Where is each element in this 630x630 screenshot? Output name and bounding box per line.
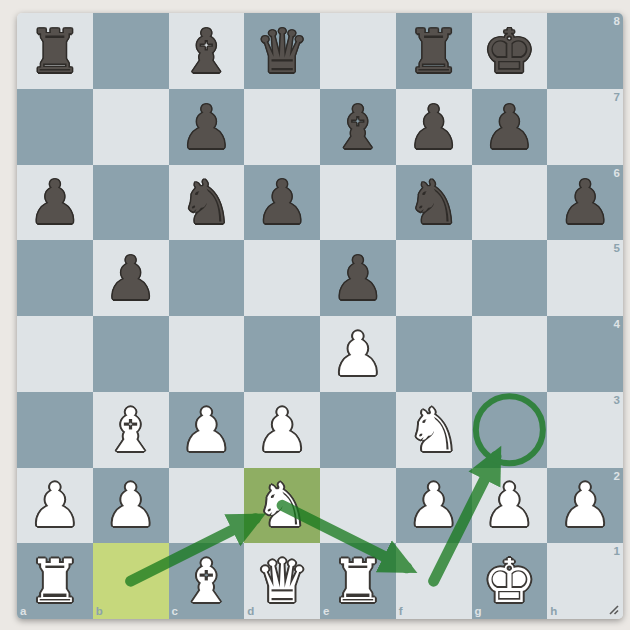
square-d4[interactable] [244, 316, 320, 392]
square-c7[interactable]: ♟ [169, 89, 245, 165]
square-f6[interactable]: ♞ [396, 165, 472, 241]
square-b6[interactable] [93, 165, 169, 241]
piece-black-pawn[interactable]: ♟ [472, 89, 548, 165]
piece-white-knight[interactable]: ♞ [244, 468, 320, 544]
square-f1[interactable]: f [396, 543, 472, 619]
square-d8[interactable]: ♛ [244, 13, 320, 89]
square-a6[interactable]: ♟ [17, 165, 93, 241]
piece-white-pawn[interactable]: ♟ [93, 468, 169, 544]
square-g2[interactable]: ♟ [472, 468, 548, 544]
piece-black-pawn[interactable]: ♟ [547, 165, 623, 241]
square-d1[interactable]: ♛d [244, 543, 320, 619]
square-e7[interactable]: ♝ [320, 89, 396, 165]
piece-white-knight[interactable]: ♞ [396, 392, 472, 468]
piece-black-knight[interactable]: ♞ [396, 165, 472, 241]
square-e3[interactable] [320, 392, 396, 468]
square-f5[interactable] [396, 240, 472, 316]
square-g8[interactable]: ♚ [472, 13, 548, 89]
resize-grip-icon [607, 603, 621, 617]
piece-white-rook[interactable]: ♜ [17, 543, 93, 619]
square-h3[interactable]: 3 [547, 392, 623, 468]
piece-white-rook[interactable]: ♜ [320, 543, 396, 619]
square-g4[interactable] [472, 316, 548, 392]
square-h4[interactable]: 4 [547, 316, 623, 392]
square-a3[interactable] [17, 392, 93, 468]
board-resize-handle[interactable] [607, 603, 621, 617]
square-d3[interactable]: ♟ [244, 392, 320, 468]
square-f3[interactable]: ♞ [396, 392, 472, 468]
coord-file-h: h [550, 606, 557, 618]
square-g7[interactable]: ♟ [472, 89, 548, 165]
square-e8[interactable] [320, 13, 396, 89]
piece-black-pawn[interactable]: ♟ [396, 89, 472, 165]
coord-rank-7: 7 [614, 92, 620, 104]
square-f7[interactable]: ♟ [396, 89, 472, 165]
square-b4[interactable] [93, 316, 169, 392]
square-c3[interactable]: ♟ [169, 392, 245, 468]
square-g5[interactable] [472, 240, 548, 316]
square-b3[interactable]: ♝ [93, 392, 169, 468]
piece-white-bishop[interactable]: ♝ [93, 392, 169, 468]
piece-white-pawn[interactable]: ♟ [472, 468, 548, 544]
piece-white-pawn[interactable]: ♟ [17, 468, 93, 544]
piece-black-queen[interactable]: ♛ [244, 13, 320, 89]
square-c1[interactable]: ♝c [169, 543, 245, 619]
square-b5[interactable]: ♟ [93, 240, 169, 316]
square-a2[interactable]: ♟ [17, 468, 93, 544]
piece-black-pawn[interactable]: ♟ [320, 240, 396, 316]
square-e2[interactable] [320, 468, 396, 544]
coord-rank-1: 1 [614, 546, 620, 558]
square-g3[interactable] [472, 392, 548, 468]
square-f4[interactable] [396, 316, 472, 392]
square-a5[interactable] [17, 240, 93, 316]
square-c2[interactable] [169, 468, 245, 544]
square-d2[interactable]: ♞ [244, 468, 320, 544]
square-g6[interactable] [472, 165, 548, 241]
square-e5[interactable]: ♟ [320, 240, 396, 316]
piece-black-bishop[interactable]: ♝ [169, 13, 245, 89]
square-b8[interactable] [93, 13, 169, 89]
page-background: { "game": "chess", "position": { "fen": … [0, 0, 630, 630]
piece-white-pawn[interactable]: ♟ [320, 316, 396, 392]
square-e4[interactable]: ♟ [320, 316, 396, 392]
square-a4[interactable] [17, 316, 93, 392]
square-b2[interactable]: ♟ [93, 468, 169, 544]
square-h6[interactable]: ♟6 [547, 165, 623, 241]
piece-white-pawn[interactable]: ♟ [169, 392, 245, 468]
coord-rank-3: 3 [614, 395, 620, 407]
square-h7[interactable]: 7 [547, 89, 623, 165]
square-e6[interactable] [320, 165, 396, 241]
coord-rank-5: 5 [614, 243, 620, 255]
piece-black-king[interactable]: ♚ [472, 13, 548, 89]
coord-rank-8: 8 [614, 16, 620, 28]
piece-white-bishop[interactable]: ♝ [169, 543, 245, 619]
square-b1[interactable]: b [93, 543, 169, 619]
piece-white-pawn[interactable]: ♟ [547, 468, 623, 544]
square-d7[interactable] [244, 89, 320, 165]
square-a1[interactable]: ♜a [17, 543, 93, 619]
piece-black-pawn[interactable]: ♟ [93, 240, 169, 316]
square-h8[interactable]: 8 [547, 13, 623, 89]
coord-file-f: f [399, 606, 403, 618]
piece-white-queen[interactable]: ♛ [244, 543, 320, 619]
square-c4[interactable] [169, 316, 245, 392]
piece-black-pawn[interactable]: ♟ [244, 165, 320, 241]
coord-file-b: b [96, 606, 103, 618]
square-c5[interactable] [169, 240, 245, 316]
piece-black-rook[interactable]: ♜ [17, 13, 93, 89]
piece-white-pawn[interactable]: ♟ [396, 468, 472, 544]
square-e1[interactable]: ♜e [320, 543, 396, 619]
piece-black-bishop[interactable]: ♝ [320, 89, 396, 165]
square-f8[interactable]: ♜ [396, 13, 472, 89]
square-c8[interactable]: ♝ [169, 13, 245, 89]
piece-black-rook[interactable]: ♜ [396, 13, 472, 89]
piece-black-knight[interactable]: ♞ [169, 165, 245, 241]
square-a8[interactable]: ♜ [17, 13, 93, 89]
square-g1[interactable]: ♚g [472, 543, 548, 619]
square-f2[interactable]: ♟ [396, 468, 472, 544]
piece-black-pawn[interactable]: ♟ [169, 89, 245, 165]
square-b7[interactable] [93, 89, 169, 165]
piece-white-king[interactable]: ♚ [472, 543, 548, 619]
chess-board: ♜♝♛♜♚8♟♝♟♟7♟♞♟♞♟6♟♟5♟4♝♟♟♞3♟♟♞♟♟♟2♜ab♝c♛… [17, 13, 623, 619]
coord-rank-4: 4 [614, 319, 620, 331]
piece-white-pawn[interactable]: ♟ [244, 392, 320, 468]
piece-black-pawn[interactable]: ♟ [17, 165, 93, 241]
square-a7[interactable] [17, 89, 93, 165]
square-h2[interactable]: ♟2 [547, 468, 623, 544]
square-d5[interactable] [244, 240, 320, 316]
square-c6[interactable]: ♞ [169, 165, 245, 241]
square-h5[interactable]: 5 [547, 240, 623, 316]
square-d6[interactable]: ♟ [244, 165, 320, 241]
